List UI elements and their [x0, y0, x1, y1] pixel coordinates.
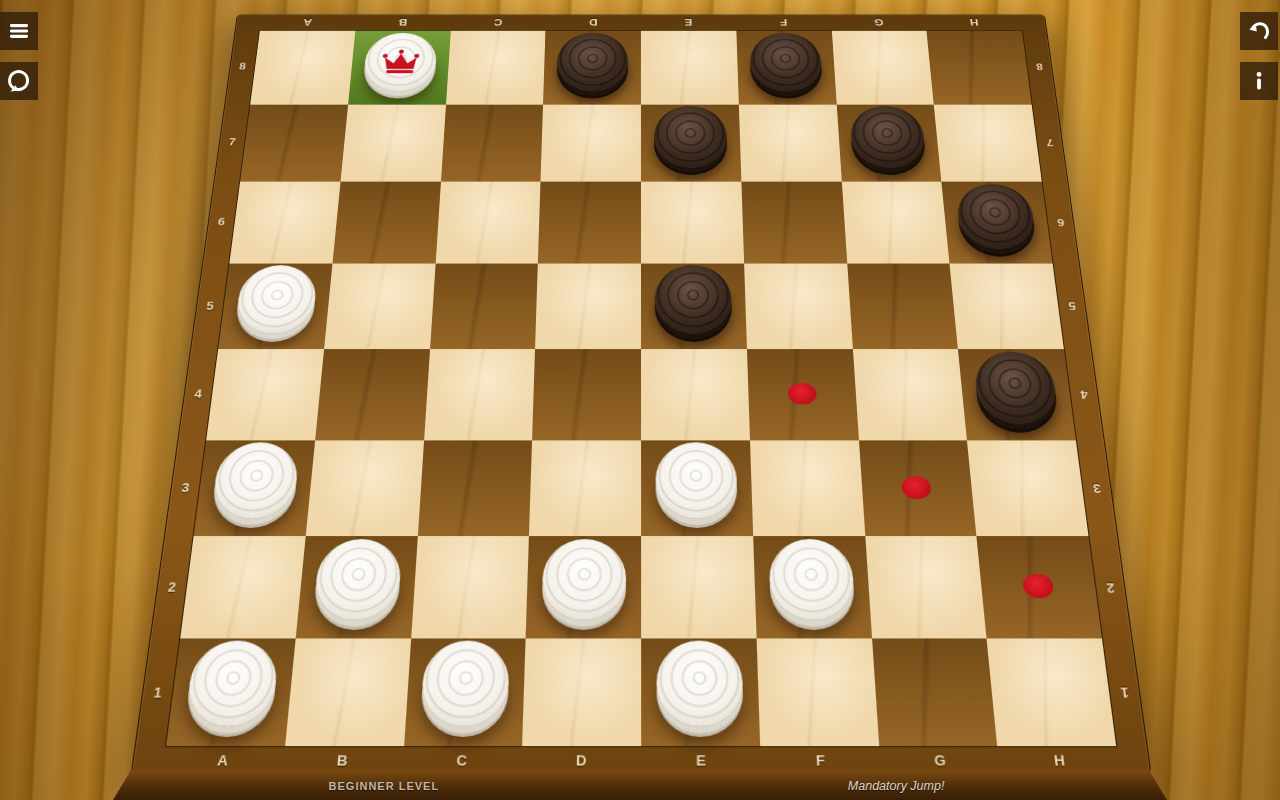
square-C2[interactable] — [411, 536, 530, 638]
board-squares — [165, 30, 1118, 747]
square-H1[interactable] — [987, 638, 1116, 746]
square-A7[interactable] — [240, 104, 348, 181]
square-H2[interactable] — [977, 536, 1102, 638]
square-F4[interactable] — [747, 349, 859, 440]
move-hint-dot-H2[interactable] — [1022, 574, 1055, 598]
man-black-E7[interactable] — [654, 106, 728, 168]
col-label-H: H — [926, 15, 1023, 30]
square-G3[interactable] — [858, 440, 976, 536]
square-G5[interactable] — [847, 263, 958, 349]
man-white-D2[interactable] — [542, 539, 627, 620]
man-black-F8[interactable] — [749, 33, 823, 92]
col-label-D: D — [521, 747, 641, 772]
square-E8[interactable] — [641, 31, 739, 105]
square-C1[interactable] — [404, 638, 526, 746]
man-white-F2[interactable] — [768, 539, 856, 620]
square-E4[interactable] — [641, 349, 750, 440]
difficulty-label: BEGINNER LEVEL — [329, 780, 440, 792]
square-D7[interactable] — [541, 104, 641, 181]
square-G7[interactable] — [836, 104, 941, 181]
col-label-D: D — [545, 15, 640, 30]
col-label-G: G — [879, 747, 1001, 772]
col-label-G: G — [831, 15, 927, 30]
menu-button[interactable] — [0, 12, 38, 50]
col-label-H: H — [998, 747, 1120, 772]
col-label-F: F — [760, 747, 881, 772]
square-C8[interactable] — [446, 31, 546, 105]
square-F6[interactable] — [741, 182, 847, 264]
square-F7[interactable] — [739, 104, 842, 181]
col-label-A: A — [259, 15, 356, 30]
man-black-D8[interactable] — [556, 33, 628, 92]
board-front-face: BEGINNER LEVEL Mandatory Jump! — [113, 770, 1167, 800]
square-C7[interactable] — [441, 104, 544, 181]
square-C6[interactable] — [435, 182, 541, 264]
square-A1[interactable] — [166, 638, 295, 746]
man-white-E3[interactable] — [655, 443, 737, 520]
undo-button[interactable] — [1240, 12, 1278, 50]
square-F2[interactable] — [753, 536, 872, 638]
man-white-C1[interactable] — [420, 641, 510, 727]
col-label-A: A — [161, 747, 283, 772]
square-B3[interactable] — [305, 440, 423, 536]
square-E2[interactable] — [641, 536, 756, 638]
square-H5[interactable] — [950, 263, 1064, 349]
square-B1[interactable] — [285, 638, 411, 746]
square-B6[interactable] — [332, 182, 440, 264]
square-G6[interactable] — [841, 182, 949, 264]
restart-icon — [6, 68, 32, 94]
square-D3[interactable] — [529, 440, 641, 536]
square-H6[interactable] — [942, 182, 1053, 264]
square-F8[interactable] — [736, 31, 836, 105]
col-label-F: F — [736, 15, 832, 30]
square-E6[interactable] — [641, 182, 744, 264]
square-B2[interactable] — [295, 536, 417, 638]
man-white-B2[interactable] — [312, 539, 402, 620]
man-white-A5[interactable] — [234, 265, 319, 334]
square-C4[interactable] — [424, 349, 536, 440]
square-C3[interactable] — [417, 440, 532, 536]
square-E3[interactable] — [641, 440, 753, 536]
square-A4[interactable] — [206, 349, 324, 440]
square-B8[interactable] — [348, 31, 450, 105]
square-H3[interactable] — [967, 440, 1088, 536]
square-E5[interactable] — [641, 263, 747, 349]
square-A3[interactable] — [194, 440, 315, 536]
square-H4[interactable] — [958, 349, 1076, 440]
square-D6[interactable] — [538, 182, 641, 264]
square-E7[interactable] — [641, 104, 741, 181]
square-A2[interactable] — [180, 536, 305, 638]
square-D1[interactable] — [522, 638, 641, 746]
man-black-H4[interactable] — [972, 352, 1059, 424]
square-F5[interactable] — [744, 263, 853, 349]
checkers-board: ABCDEFGH ABCDEFGH 87654321 87654321 — [131, 15, 1152, 774]
square-B4[interactable] — [315, 349, 430, 440]
man-black-G7[interactable] — [849, 106, 927, 168]
square-H8[interactable] — [927, 31, 1032, 105]
col-label-C: C — [450, 15, 546, 30]
square-D4[interactable] — [532, 349, 641, 440]
column-labels-bottom: ABCDEFGH — [161, 747, 1120, 772]
move-hint-dot-G3[interactable] — [901, 476, 932, 499]
square-E1[interactable] — [641, 638, 760, 746]
square-A5[interactable] — [218, 263, 332, 349]
move-hint-dot-F4[interactable] — [787, 383, 816, 404]
square-H7[interactable] — [934, 104, 1042, 181]
man-white-A3[interactable] — [210, 443, 300, 520]
square-F1[interactable] — [756, 638, 878, 746]
square-F3[interactable] — [750, 440, 865, 536]
square-G1[interactable] — [872, 638, 998, 746]
rule-message: Mandatory Jump! — [848, 779, 945, 793]
man-black-E5[interactable] — [654, 265, 732, 334]
col-label-C: C — [401, 747, 522, 772]
square-B7[interactable] — [340, 104, 445, 181]
square-A6[interactable] — [229, 182, 340, 264]
man-white-E1[interactable] — [656, 641, 744, 727]
square-D2[interactable] — [526, 536, 641, 638]
game-scene: ABCDEFGH ABCDEFGH 87654321 87654321 — [0, 0, 1280, 800]
square-G2[interactable] — [865, 536, 987, 638]
square-C5[interactable] — [430, 263, 539, 349]
square-G8[interactable] — [831, 31, 934, 105]
hamburger-menu-icon — [7, 19, 31, 43]
square-D5[interactable] — [535, 263, 641, 349]
info-icon — [1247, 69, 1271, 93]
square-A8[interactable] — [250, 31, 355, 105]
info-button[interactable] — [1240, 62, 1278, 100]
king-white-B8[interactable] — [362, 33, 438, 92]
man-white-A1[interactable] — [184, 641, 280, 727]
square-B5[interactable] — [324, 263, 435, 349]
col-label-E: E — [641, 747, 761, 772]
restart-button[interactable] — [0, 62, 38, 100]
square-D8[interactable] — [543, 31, 641, 105]
col-label-B: B — [355, 15, 451, 30]
col-label-B: B — [281, 747, 403, 772]
man-black-H6[interactable] — [955, 184, 1037, 249]
undo-icon — [1246, 18, 1272, 44]
square-G4[interactable] — [852, 349, 967, 440]
column-labels-top: ABCDEFGH — [259, 15, 1023, 30]
col-label-E: E — [641, 15, 736, 30]
